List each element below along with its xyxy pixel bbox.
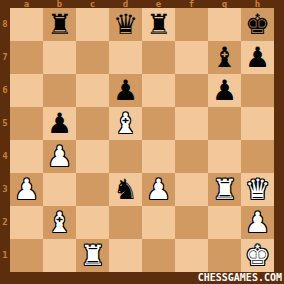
rank-labels-column: 87654321 <box>0 8 10 272</box>
square-f2[interactable] <box>175 206 208 239</box>
square-h8[interactable]: ♚ <box>241 8 274 41</box>
file-label-c: c <box>76 0 109 8</box>
square-a5[interactable] <box>10 107 43 140</box>
square-a7[interactable] <box>10 41 43 74</box>
square-a4[interactable] <box>10 140 43 173</box>
square-d5[interactable]: ♝ <box>109 107 142 140</box>
square-c8[interactable] <box>76 8 109 41</box>
rank-label-5: 5 <box>0 107 10 140</box>
rank-label-2: 2 <box>0 206 10 239</box>
chess-board-frame: abcdefgh 87654321 ♜♛♜♚♝♟♟♟♟♝♟♟♞♟♜♛♝♟♜♚ C… <box>0 0 284 284</box>
file-label-a: a <box>10 0 43 8</box>
square-b8[interactable]: ♜ <box>43 8 76 41</box>
file-label-d: d <box>109 0 142 8</box>
white-pawn[interactable]: ♟ <box>146 176 171 204</box>
square-h1[interactable]: ♚ <box>241 239 274 272</box>
square-e7[interactable] <box>142 41 175 74</box>
square-h4[interactable] <box>241 140 274 173</box>
white-queen[interactable]: ♛ <box>245 176 270 204</box>
square-d8[interactable]: ♛ <box>109 8 142 41</box>
chess-board: ♜♛♜♚♝♟♟♟♟♝♟♟♞♟♜♛♝♟♜♚ <box>10 8 274 272</box>
square-d7[interactable] <box>109 41 142 74</box>
square-g8[interactable] <box>208 8 241 41</box>
square-c1[interactable]: ♜ <box>76 239 109 272</box>
square-a2[interactable] <box>10 206 43 239</box>
square-e4[interactable] <box>142 140 175 173</box>
black-knight[interactable]: ♞ <box>113 176 138 204</box>
square-b2[interactable]: ♝ <box>43 206 76 239</box>
square-d1[interactable] <box>109 239 142 272</box>
white-pawn[interactable]: ♟ <box>14 176 39 204</box>
square-e8[interactable]: ♜ <box>142 8 175 41</box>
square-g7[interactable]: ♝ <box>208 41 241 74</box>
white-king[interactable]: ♚ <box>245 242 270 270</box>
square-g1[interactable] <box>208 239 241 272</box>
file-label-h: h <box>241 0 274 8</box>
square-h5[interactable] <box>241 107 274 140</box>
black-pawn[interactable]: ♟ <box>113 77 138 105</box>
white-rook[interactable]: ♜ <box>212 176 237 204</box>
square-f5[interactable] <box>175 107 208 140</box>
rank-label-8: 8 <box>0 8 10 41</box>
square-e5[interactable] <box>142 107 175 140</box>
square-f8[interactable] <box>175 8 208 41</box>
file-label-b: b <box>43 0 76 8</box>
square-a8[interactable] <box>10 8 43 41</box>
square-b1[interactable] <box>43 239 76 272</box>
square-b5[interactable]: ♟ <box>43 107 76 140</box>
square-b3[interactable] <box>43 173 76 206</box>
black-bishop[interactable]: ♝ <box>212 44 237 72</box>
square-g6[interactable]: ♟ <box>208 74 241 107</box>
black-queen[interactable]: ♛ <box>113 11 138 39</box>
file-labels-row: abcdefgh <box>10 0 274 8</box>
square-a3[interactable]: ♟ <box>10 173 43 206</box>
square-g3[interactable]: ♜ <box>208 173 241 206</box>
black-pawn[interactable]: ♟ <box>212 77 237 105</box>
square-c7[interactable] <box>76 41 109 74</box>
white-bishop[interactable]: ♝ <box>47 209 72 237</box>
square-d3[interactable]: ♞ <box>109 173 142 206</box>
rank-label-4: 4 <box>0 140 10 173</box>
square-b4[interactable]: ♟ <box>43 140 76 173</box>
square-g4[interactable] <box>208 140 241 173</box>
square-f4[interactable] <box>175 140 208 173</box>
square-h2[interactable]: ♟ <box>241 206 274 239</box>
rank-label-3: 3 <box>0 173 10 206</box>
square-f1[interactable] <box>175 239 208 272</box>
black-king[interactable]: ♚ <box>245 11 270 39</box>
white-bishop[interactable]: ♝ <box>113 110 138 138</box>
square-a1[interactable] <box>10 239 43 272</box>
file-label-e: e <box>142 0 175 8</box>
square-h6[interactable] <box>241 74 274 107</box>
square-c5[interactable] <box>76 107 109 140</box>
square-c2[interactable] <box>76 206 109 239</box>
square-d6[interactable]: ♟ <box>109 74 142 107</box>
square-c6[interactable] <box>76 74 109 107</box>
white-rook[interactable]: ♜ <box>80 242 105 270</box>
rank-label-7: 7 <box>0 41 10 74</box>
square-d2[interactable] <box>109 206 142 239</box>
square-g5[interactable] <box>208 107 241 140</box>
black-rook[interactable]: ♜ <box>146 11 171 39</box>
square-g2[interactable] <box>208 206 241 239</box>
file-label-f: f <box>175 0 208 8</box>
black-rook[interactable]: ♜ <box>47 11 72 39</box>
square-b6[interactable] <box>43 74 76 107</box>
rank-label-6: 6 <box>0 74 10 107</box>
square-f6[interactable] <box>175 74 208 107</box>
chessgames-watermark: CHESSGAMES.COM <box>198 272 282 284</box>
white-pawn[interactable]: ♟ <box>245 209 270 237</box>
square-c4[interactable] <box>76 140 109 173</box>
rank-label-1: 1 <box>0 239 10 272</box>
white-pawn[interactable]: ♟ <box>47 143 72 171</box>
square-b7[interactable] <box>43 41 76 74</box>
square-f3[interactable] <box>175 173 208 206</box>
square-c3[interactable] <box>76 173 109 206</box>
file-label-g: g <box>208 0 241 8</box>
square-e3[interactable]: ♟ <box>142 173 175 206</box>
square-f7[interactable] <box>175 41 208 74</box>
square-d4[interactable] <box>109 140 142 173</box>
black-pawn[interactable]: ♟ <box>47 110 72 138</box>
square-a6[interactable] <box>10 74 43 107</box>
square-e6[interactable] <box>142 74 175 107</box>
square-e2[interactable] <box>142 206 175 239</box>
square-h3[interactable]: ♛ <box>241 173 274 206</box>
square-e1[interactable] <box>142 239 175 272</box>
black-pawn[interactable]: ♟ <box>245 44 270 72</box>
square-h7[interactable]: ♟ <box>241 41 274 74</box>
